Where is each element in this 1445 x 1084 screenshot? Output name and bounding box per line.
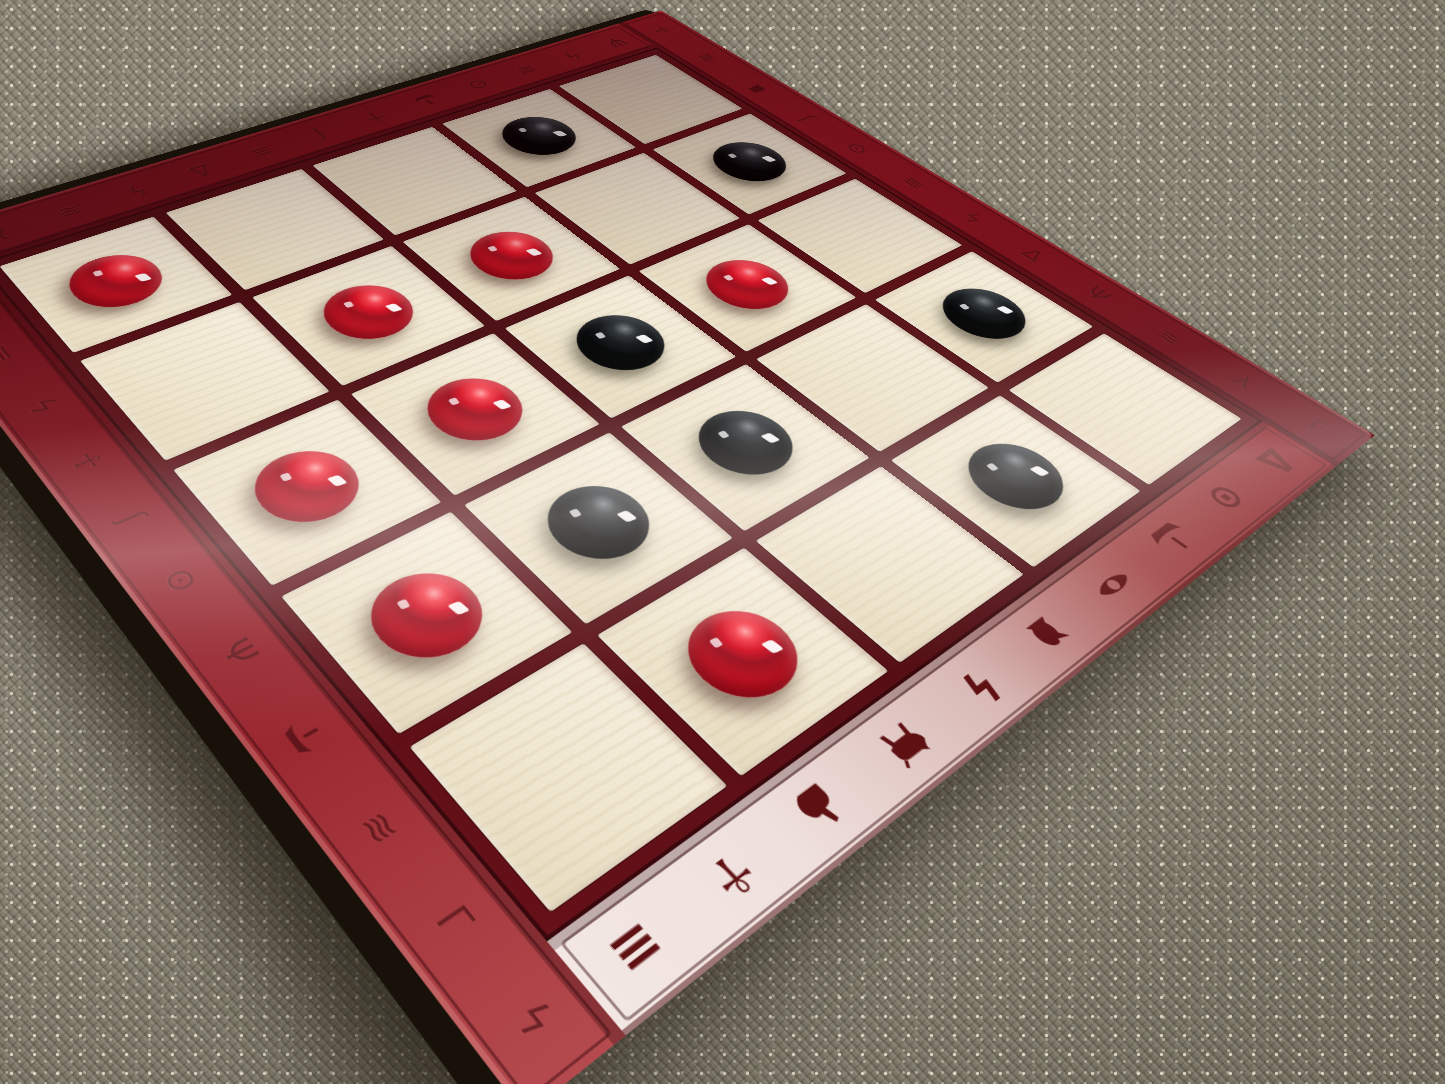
hieroglyph-bird: ϟ [21,394,63,418]
hieroglyph-comb: ≡ [245,143,278,161]
black-gem-piece[interactable] [926,280,1042,350]
hieroglyph-boat [273,709,338,763]
hieroglyph-hill: Δ [1249,443,1302,479]
hieroglyph-sickle: λ [1227,372,1257,392]
hieroglyph-goose [778,770,867,846]
red-gem-piece[interactable] [665,595,819,716]
hieroglyph-boat [408,91,447,110]
black-gem-piece[interactable] [950,432,1082,523]
hieroglyph-bird: ϟ [951,663,1011,711]
hieroglyph-water: ≋ [692,51,721,64]
hieroglyph-reed: ʃ [308,127,329,141]
hieroglyph-sun: ⊙ [1199,479,1255,518]
hieroglyph-falcon [1010,605,1088,665]
black-gem-piece[interactable] [679,400,811,489]
hieroglyph-leg: Γ [428,899,480,943]
black-gem-piece[interactable] [559,306,683,382]
hieroglyph-bird: ϟ [957,210,986,226]
hieroglyph-reed: ʃ [112,507,151,529]
black-gem-piece[interactable] [527,473,670,574]
hieroglyph-water: ≋ [351,804,408,852]
red-gem-piece[interactable] [306,276,430,350]
seega-board: ☥≋ʃ⊙≡ϟΔΨ≋λΓ Ψϟ≋⊙☥ʃ≡Δϟ≋λ ≋Δ≡ϟ☥ʃ⊙Ψ≋Γϟ Δ⊙ϟ☥… [0,11,1375,1084]
red-gem-piece[interactable] [409,368,541,454]
red-gem-piece[interactable] [690,251,806,319]
hieroglyph-water: ≋ [52,201,87,221]
hieroglyph-sun: ⊙ [841,141,872,157]
red-gem-piece[interactable] [54,246,178,318]
hieroglyph-water: ≋ [512,62,542,77]
hieroglyph-comb: ≡ [598,912,676,986]
hieroglyph-boat [1138,514,1210,566]
hieroglyph-leg: Γ [1302,417,1332,437]
red-gem-piece[interactable] [350,558,504,676]
hieroglyph-reed: ʃ [796,114,818,124]
hieroglyph-falcon [739,80,776,98]
hieroglyph-eye [1076,557,1150,612]
hieroglyph-comb: ≡ [0,342,22,367]
red-gem-piece[interactable] [453,223,569,289]
hieroglyph-water: ≋ [1151,327,1187,349]
black-gem-piece[interactable] [488,110,591,162]
carpet-surface: ☥≋ʃ⊙≡ϟΔΨ≋λΓ Ψϟ≋⊙☥ʃ≡Δϟ≋λ ≋Δ≡ϟ☥ʃ⊙Ψ≋Γϟ Δ⊙ϟ☥… [0,0,1445,1084]
hieroglyph-hill: Δ [186,162,216,179]
hieroglyph-bird: ϟ [505,994,562,1047]
hieroglyph-hill: Δ [1017,246,1047,263]
hieroglyph-ankh: ☥ [359,109,389,125]
hieroglyph-ankh: ☥ [648,24,675,36]
hieroglyph-sickle: λ [0,223,14,242]
hieroglyph-bird: ϟ [559,49,585,62]
hieroglyph-bird: ϟ [122,181,152,199]
hieroglyph-feather: Ψ [214,634,265,672]
hieroglyph-feather: Ψ [1081,285,1115,305]
black-gem-piece[interactable] [698,135,801,189]
hieroglyph-sun: ⊙ [464,77,494,92]
hieroglyph-sun: ⊙ [156,563,206,598]
hieroglyph-ankh: ☥ [697,844,767,909]
hieroglyph-comb: ≡ [898,175,930,192]
red-gem-piece[interactable] [236,439,379,538]
hieroglyph-feather: Ψ [602,35,630,48]
hieroglyph-ankh: ☥ [64,448,109,476]
hieroglyph-bull [864,709,949,779]
